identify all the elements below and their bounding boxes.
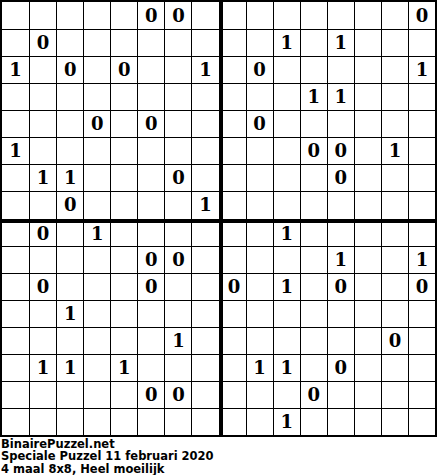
page: 0000111001011100010011100010110011000100… bbox=[0, 0, 437, 475]
empty-cell-r16c13[interactable] bbox=[327, 408, 354, 435]
empty-cell-r13c8[interactable] bbox=[191, 327, 218, 354]
given-cell-r16c11: 1 bbox=[273, 408, 300, 435]
empty-cell-r6c11[interactable] bbox=[273, 137, 300, 164]
empty-cell-r4c2[interactable] bbox=[29, 83, 56, 110]
empty-cell-r6c6[interactable] bbox=[137, 137, 164, 164]
empty-cell-r3c7[interactable] bbox=[164, 56, 191, 83]
empty-cell-r7c8[interactable] bbox=[191, 164, 218, 191]
empty-cell-r10c9[interactable] bbox=[219, 246, 246, 273]
empty-cell-r1c11[interactable] bbox=[273, 2, 300, 29]
empty-cell-r4c1[interactable] bbox=[2, 83, 29, 110]
empty-cell-r11c12[interactable] bbox=[300, 273, 327, 300]
empty-cell-r15c15[interactable] bbox=[381, 381, 408, 408]
empty-cell-r4c11[interactable] bbox=[273, 83, 300, 110]
empty-cell-r10c14[interactable] bbox=[354, 246, 381, 273]
empty-cell-r6c4[interactable] bbox=[83, 137, 110, 164]
empty-cell-r10c11[interactable] bbox=[273, 246, 300, 273]
empty-cell-r8c7[interactable] bbox=[164, 191, 191, 218]
empty-cell-r6c9[interactable] bbox=[219, 137, 246, 164]
empty-cell-r2c8[interactable] bbox=[191, 29, 218, 56]
given-cell-r13c7: 1 bbox=[164, 327, 191, 354]
empty-cell-r6c16[interactable] bbox=[408, 137, 435, 164]
empty-cell-r15c13[interactable] bbox=[327, 381, 354, 408]
empty-cell-r3c12[interactable] bbox=[300, 56, 327, 83]
empty-cell-r4c4[interactable] bbox=[83, 83, 110, 110]
empty-cell-r6c3[interactable] bbox=[56, 137, 83, 164]
empty-cell-r8c11[interactable] bbox=[273, 191, 300, 218]
given-cell-r3c1: 1 bbox=[2, 56, 29, 83]
given-cell-r3c5: 0 bbox=[110, 56, 137, 83]
empty-cell-r4c7[interactable] bbox=[164, 83, 191, 110]
empty-cell-r12c13[interactable] bbox=[327, 300, 354, 327]
empty-cell-r15c8[interactable] bbox=[191, 381, 218, 408]
given-cell-r11c13: 0 bbox=[327, 273, 354, 300]
empty-cell-r4c8[interactable] bbox=[191, 83, 218, 110]
empty-cell-r11c8[interactable] bbox=[191, 273, 218, 300]
empty-cell-r5c14[interactable] bbox=[354, 110, 381, 137]
empty-cell-r5c1[interactable] bbox=[2, 110, 29, 137]
empty-cell-r16c16[interactable] bbox=[408, 408, 435, 435]
empty-cell-r5c12[interactable] bbox=[300, 110, 327, 137]
empty-cell-r14c16[interactable] bbox=[408, 354, 435, 381]
empty-cell-r8c4[interactable] bbox=[83, 191, 110, 218]
empty-cell-r9c15[interactable] bbox=[381, 219, 408, 246]
empty-cell-r5c2[interactable] bbox=[29, 110, 56, 137]
given-cell-r6c12: 0 bbox=[300, 137, 327, 164]
empty-cell-r13c13[interactable] bbox=[327, 327, 354, 354]
empty-cell-r3c2[interactable] bbox=[29, 56, 56, 83]
given-cell-r1c6: 0 bbox=[137, 2, 164, 29]
empty-cell-r2c9[interactable] bbox=[219, 29, 246, 56]
empty-cell-r16c4[interactable] bbox=[83, 408, 110, 435]
empty-cell-r2c7[interactable] bbox=[164, 29, 191, 56]
empty-cell-r15c3[interactable] bbox=[56, 381, 83, 408]
empty-cell-r4c6[interactable] bbox=[137, 83, 164, 110]
empty-cell-r3c4[interactable] bbox=[83, 56, 110, 83]
empty-cell-r12c10[interactable] bbox=[246, 300, 273, 327]
given-cell-r2c2: 0 bbox=[29, 29, 56, 56]
empty-cell-r8c2[interactable] bbox=[29, 191, 56, 218]
empty-cell-r12c9[interactable] bbox=[219, 300, 246, 327]
given-cell-r4c13: 1 bbox=[327, 83, 354, 110]
empty-cell-r15c11[interactable] bbox=[273, 381, 300, 408]
empty-cell-r16c3[interactable] bbox=[56, 408, 83, 435]
given-cell-r7c2: 1 bbox=[29, 164, 56, 191]
empty-cell-r10c12[interactable] bbox=[300, 246, 327, 273]
empty-cell-r8c16[interactable] bbox=[408, 191, 435, 218]
empty-cell-r9c1[interactable] bbox=[2, 219, 29, 246]
empty-cell-r6c5[interactable] bbox=[110, 137, 137, 164]
empty-cell-r5c13[interactable] bbox=[327, 110, 354, 137]
given-cell-r6c15: 1 bbox=[381, 137, 408, 164]
given-cell-r10c6: 0 bbox=[137, 246, 164, 273]
empty-cell-r6c7[interactable] bbox=[164, 137, 191, 164]
empty-cell-r7c10[interactable] bbox=[246, 164, 273, 191]
empty-cell-r2c5[interactable] bbox=[110, 29, 137, 56]
empty-cell-r10c10[interactable] bbox=[246, 246, 273, 273]
empty-cell-r9c3[interactable] bbox=[56, 219, 83, 246]
empty-cell-r15c5[interactable] bbox=[110, 381, 137, 408]
given-cell-r11c9: 0 bbox=[219, 273, 246, 300]
empty-cell-r4c14[interactable] bbox=[354, 83, 381, 110]
empty-cell-r3c14[interactable] bbox=[354, 56, 381, 83]
empty-cell-r9c9[interactable] bbox=[219, 219, 246, 246]
given-cell-r15c6: 0 bbox=[137, 381, 164, 408]
empty-cell-r12c7[interactable] bbox=[164, 300, 191, 327]
empty-cell-r15c10[interactable] bbox=[246, 381, 273, 408]
empty-cell-r9c7[interactable] bbox=[164, 219, 191, 246]
footer: BinairePuzzel.net Speciale Puzzel 11 feb… bbox=[0, 437, 437, 475]
empty-cell-r13c16[interactable] bbox=[408, 327, 435, 354]
given-cell-r14c10: 1 bbox=[246, 354, 273, 381]
empty-cell-r13c11[interactable] bbox=[273, 327, 300, 354]
empty-cell-r4c3[interactable] bbox=[56, 83, 83, 110]
empty-cell-r8c14[interactable] bbox=[354, 191, 381, 218]
empty-cell-r1c15[interactable] bbox=[381, 2, 408, 29]
empty-cell-r9c8[interactable] bbox=[191, 219, 218, 246]
empty-cell-r12c15[interactable] bbox=[381, 300, 408, 327]
given-cell-r3c10: 0 bbox=[246, 56, 273, 83]
empty-cell-r8c9[interactable] bbox=[219, 191, 246, 218]
empty-cell-r9c16[interactable] bbox=[408, 219, 435, 246]
empty-cell-r7c5[interactable] bbox=[110, 164, 137, 191]
empty-cell-r3c11[interactable] bbox=[273, 56, 300, 83]
given-cell-r4c12: 1 bbox=[300, 83, 327, 110]
puzzle-subtitle: 4 maal 8x8, Heel moeilijk bbox=[1, 463, 437, 475]
empty-cell-r6c10[interactable] bbox=[246, 137, 273, 164]
empty-cell-r10c2[interactable] bbox=[29, 246, 56, 273]
empty-cell-r12c6[interactable] bbox=[137, 300, 164, 327]
empty-cell-r9c6[interactable] bbox=[137, 219, 164, 246]
empty-cell-r7c9[interactable] bbox=[219, 164, 246, 191]
empty-cell-r6c14[interactable] bbox=[354, 137, 381, 164]
empty-cell-r13c9[interactable] bbox=[219, 327, 246, 354]
given-cell-r11c2: 0 bbox=[29, 273, 56, 300]
empty-cell-r4c5[interactable] bbox=[110, 83, 137, 110]
empty-cell-r2c10[interactable] bbox=[246, 29, 273, 56]
empty-cell-r14c8[interactable] bbox=[191, 354, 218, 381]
empty-cell-r7c14[interactable] bbox=[354, 164, 381, 191]
given-cell-r3c8: 1 bbox=[191, 56, 218, 83]
empty-cell-r8c1[interactable] bbox=[2, 191, 29, 218]
empty-cell-r12c12[interactable] bbox=[300, 300, 327, 327]
empty-cell-r2c4[interactable] bbox=[83, 29, 110, 56]
empty-cell-r10c8[interactable] bbox=[191, 246, 218, 273]
empty-cell-r15c16[interactable] bbox=[408, 381, 435, 408]
empty-cell-r1c1[interactable] bbox=[2, 2, 29, 29]
empty-cell-r4c16[interactable] bbox=[408, 83, 435, 110]
empty-cell-r1c9[interactable] bbox=[219, 2, 246, 29]
empty-cell-r13c2[interactable] bbox=[29, 327, 56, 354]
empty-cell-r14c7[interactable] bbox=[164, 354, 191, 381]
given-cell-r12c3: 1 bbox=[56, 300, 83, 327]
empty-cell-r6c8[interactable] bbox=[191, 137, 218, 164]
given-cell-r14c2: 1 bbox=[29, 354, 56, 381]
given-cell-r14c5: 1 bbox=[110, 354, 137, 381]
given-cell-r14c11: 1 bbox=[273, 354, 300, 381]
empty-cell-r1c10[interactable] bbox=[246, 2, 273, 29]
empty-cell-r16c12[interactable] bbox=[300, 408, 327, 435]
given-cell-r7c13: 0 bbox=[327, 164, 354, 191]
empty-cell-r16c2[interactable] bbox=[29, 408, 56, 435]
empty-cell-r2c15[interactable] bbox=[381, 29, 408, 56]
empty-cell-r3c6[interactable] bbox=[137, 56, 164, 83]
empty-cell-r3c13[interactable] bbox=[327, 56, 354, 83]
empty-cell-r8c12[interactable] bbox=[300, 191, 327, 218]
empty-cell-r3c15[interactable] bbox=[381, 56, 408, 83]
empty-cell-r14c9[interactable] bbox=[219, 354, 246, 381]
empty-cell-r7c4[interactable] bbox=[83, 164, 110, 191]
empty-cell-r5c8[interactable] bbox=[191, 110, 218, 137]
given-cell-r15c7: 0 bbox=[164, 381, 191, 408]
empty-cell-r7c6[interactable] bbox=[137, 164, 164, 191]
empty-cell-r8c5[interactable] bbox=[110, 191, 137, 218]
given-cell-r14c13: 0 bbox=[327, 354, 354, 381]
empty-cell-r11c15[interactable] bbox=[381, 273, 408, 300]
empty-cell-r5c7[interactable] bbox=[164, 110, 191, 137]
empty-cell-r13c12[interactable] bbox=[300, 327, 327, 354]
empty-cell-r1c8[interactable] bbox=[191, 2, 218, 29]
empty-cell-r1c12[interactable] bbox=[300, 2, 327, 29]
empty-cell-r10c4[interactable] bbox=[83, 246, 110, 273]
empty-cell-r1c14[interactable] bbox=[354, 2, 381, 29]
empty-cell-r7c11[interactable] bbox=[273, 164, 300, 191]
empty-cell-r10c5[interactable] bbox=[110, 246, 137, 273]
empty-cell-r13c3[interactable] bbox=[56, 327, 83, 354]
given-cell-r5c6: 0 bbox=[137, 110, 164, 137]
empty-cell-r5c5[interactable] bbox=[110, 110, 137, 137]
empty-cell-r9c5[interactable] bbox=[110, 219, 137, 246]
empty-cell-r8c15[interactable] bbox=[381, 191, 408, 218]
empty-cell-r7c15[interactable] bbox=[381, 164, 408, 191]
given-cell-r8c8: 1 bbox=[191, 191, 218, 218]
empty-cell-r14c4[interactable] bbox=[83, 354, 110, 381]
empty-cell-r14c14[interactable] bbox=[354, 354, 381, 381]
empty-cell-r12c5[interactable] bbox=[110, 300, 137, 327]
empty-cell-r16c5[interactable] bbox=[110, 408, 137, 435]
empty-cell-r10c15[interactable] bbox=[381, 246, 408, 273]
given-cell-r10c7: 0 bbox=[164, 246, 191, 273]
empty-cell-r1c3[interactable] bbox=[56, 2, 83, 29]
empty-cell-r13c10[interactable] bbox=[246, 327, 273, 354]
empty-cell-r2c1[interactable] bbox=[2, 29, 29, 56]
empty-cell-r16c6[interactable] bbox=[137, 408, 164, 435]
empty-cell-r4c10[interactable] bbox=[246, 83, 273, 110]
empty-cell-r16c1[interactable] bbox=[2, 408, 29, 435]
empty-cell-r14c15[interactable] bbox=[381, 354, 408, 381]
empty-cell-r11c4[interactable] bbox=[83, 273, 110, 300]
empty-cell-r5c15[interactable] bbox=[381, 110, 408, 137]
empty-cell-r11c7[interactable] bbox=[164, 273, 191, 300]
given-cell-r2c13: 1 bbox=[327, 29, 354, 56]
empty-cell-r11c10[interactable] bbox=[246, 273, 273, 300]
empty-cell-r7c16[interactable] bbox=[408, 164, 435, 191]
given-cell-r2c11: 1 bbox=[273, 29, 300, 56]
puzzle-grid: 0000111001011100010011100010110011000100… bbox=[0, 0, 437, 437]
given-cell-r10c16: 1 bbox=[408, 246, 435, 273]
given-cell-r9c4: 1 bbox=[83, 219, 110, 246]
given-cell-r5c4: 0 bbox=[83, 110, 110, 137]
empty-cell-r16c9[interactable] bbox=[219, 408, 246, 435]
empty-cell-r13c6[interactable] bbox=[137, 327, 164, 354]
empty-cell-r5c11[interactable] bbox=[273, 110, 300, 137]
given-cell-r7c7: 0 bbox=[164, 164, 191, 191]
given-cell-r6c13: 0 bbox=[327, 137, 354, 164]
given-cell-r5c10: 0 bbox=[246, 110, 273, 137]
empty-cell-r2c12[interactable] bbox=[300, 29, 327, 56]
empty-cell-r14c12[interactable] bbox=[300, 354, 327, 381]
empty-cell-r15c2[interactable] bbox=[29, 381, 56, 408]
given-cell-r7c3: 1 bbox=[56, 164, 83, 191]
empty-cell-r13c1[interactable] bbox=[2, 327, 29, 354]
empty-cell-r2c6[interactable] bbox=[137, 29, 164, 56]
empty-cell-r12c14[interactable] bbox=[354, 300, 381, 327]
empty-cell-r16c8[interactable] bbox=[191, 408, 218, 435]
given-cell-r9c11: 1 bbox=[273, 219, 300, 246]
given-cell-r1c16: 0 bbox=[408, 2, 435, 29]
empty-cell-r12c8[interactable] bbox=[191, 300, 218, 327]
given-cell-r13c15: 0 bbox=[381, 327, 408, 354]
empty-cell-r2c3[interactable] bbox=[56, 29, 83, 56]
empty-cell-r8c10[interactable] bbox=[246, 191, 273, 218]
empty-cell-r1c2[interactable] bbox=[29, 2, 56, 29]
empty-cell-r5c9[interactable] bbox=[219, 110, 246, 137]
empty-cell-r12c4[interactable] bbox=[83, 300, 110, 327]
empty-cell-r15c9[interactable] bbox=[219, 381, 246, 408]
given-cell-r9c2: 0 bbox=[29, 219, 56, 246]
empty-cell-r4c9[interactable] bbox=[219, 83, 246, 110]
empty-cell-r10c3[interactable] bbox=[56, 246, 83, 273]
given-cell-r8c3: 0 bbox=[56, 191, 83, 218]
empty-cell-r9c13[interactable] bbox=[327, 219, 354, 246]
empty-cell-r11c5[interactable] bbox=[110, 273, 137, 300]
given-cell-r15c12: 0 bbox=[300, 381, 327, 408]
given-cell-r11c6: 0 bbox=[137, 273, 164, 300]
empty-cell-r9c14[interactable] bbox=[354, 219, 381, 246]
empty-cell-r11c1[interactable] bbox=[2, 273, 29, 300]
empty-cell-r11c3[interactable] bbox=[56, 273, 83, 300]
empty-cell-r9c10[interactable] bbox=[246, 219, 273, 246]
empty-cell-r12c16[interactable] bbox=[408, 300, 435, 327]
empty-cell-r14c1[interactable] bbox=[2, 354, 29, 381]
empty-cell-r16c15[interactable] bbox=[381, 408, 408, 435]
empty-cell-r8c6[interactable] bbox=[137, 191, 164, 218]
empty-cell-r11c14[interactable] bbox=[354, 273, 381, 300]
empty-cell-r1c5[interactable] bbox=[110, 2, 137, 29]
given-cell-r11c11: 1 bbox=[273, 273, 300, 300]
empty-cell-r12c11[interactable] bbox=[273, 300, 300, 327]
empty-cell-r5c3[interactable] bbox=[56, 110, 83, 137]
empty-cell-r12c1[interactable] bbox=[2, 300, 29, 327]
empty-cell-r6c2[interactable] bbox=[29, 137, 56, 164]
empty-cell-r16c7[interactable] bbox=[164, 408, 191, 435]
empty-cell-r4c15[interactable] bbox=[381, 83, 408, 110]
empty-cell-r8c13[interactable] bbox=[327, 191, 354, 218]
empty-cell-r13c5[interactable] bbox=[110, 327, 137, 354]
given-cell-r11c16: 0 bbox=[408, 273, 435, 300]
empty-cell-r1c13[interactable] bbox=[327, 2, 354, 29]
empty-cell-r2c14[interactable] bbox=[354, 29, 381, 56]
empty-cell-r10c1[interactable] bbox=[2, 246, 29, 273]
given-cell-r14c3: 1 bbox=[56, 354, 83, 381]
empty-cell-r5c16[interactable] bbox=[408, 110, 435, 137]
empty-cell-r3c9[interactable] bbox=[219, 56, 246, 83]
empty-cell-r16c10[interactable] bbox=[246, 408, 273, 435]
empty-cell-r9c12[interactable] bbox=[300, 219, 327, 246]
empty-cell-r15c14[interactable] bbox=[354, 381, 381, 408]
given-cell-r3c3: 0 bbox=[56, 56, 83, 83]
puzzle-title: Speciale Puzzel 11 februari 2020 bbox=[1, 450, 437, 462]
empty-cell-r15c4[interactable] bbox=[83, 381, 110, 408]
empty-cell-r1c4[interactable] bbox=[83, 2, 110, 29]
empty-cell-r13c4[interactable] bbox=[83, 327, 110, 354]
empty-cell-r15c1[interactable] bbox=[2, 381, 29, 408]
empty-cell-r14c6[interactable] bbox=[137, 354, 164, 381]
empty-cell-r12c2[interactable] bbox=[29, 300, 56, 327]
given-cell-r3c16: 1 bbox=[408, 56, 435, 83]
given-cell-r6c1: 1 bbox=[2, 137, 29, 164]
empty-cell-r13c14[interactable] bbox=[354, 327, 381, 354]
given-cell-r1c7: 0 bbox=[164, 2, 191, 29]
empty-cell-r7c1[interactable] bbox=[2, 164, 29, 191]
given-cell-r10c13: 1 bbox=[327, 246, 354, 273]
empty-cell-r2c16[interactable] bbox=[408, 29, 435, 56]
empty-cell-r7c12[interactable] bbox=[300, 164, 327, 191]
empty-cell-r16c14[interactable] bbox=[354, 408, 381, 435]
